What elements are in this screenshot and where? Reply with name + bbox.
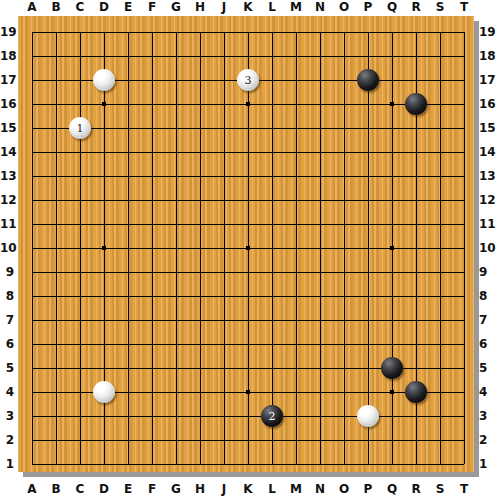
row-label-right-12: 12 bbox=[479, 192, 499, 208]
row-label-left-18: 18 bbox=[0, 48, 14, 64]
row-label-left-14: 14 bbox=[0, 144, 14, 160]
column-label-top-D: D bbox=[92, 0, 116, 15]
row-label-left-10: 10 bbox=[0, 240, 14, 256]
column-label-top-K: K bbox=[236, 0, 260, 15]
column-label-bottom-K: K bbox=[236, 482, 260, 497]
column-label-bottom-H: H bbox=[188, 482, 212, 497]
column-label-bottom-O: O bbox=[332, 482, 356, 497]
column-label-top-O: O bbox=[332, 0, 356, 15]
row-label-right-13: 13 bbox=[479, 168, 499, 184]
column-label-top-E: E bbox=[116, 0, 140, 15]
column-label-bottom-S: S bbox=[428, 482, 452, 497]
row-label-right-2: 2 bbox=[479, 432, 499, 448]
column-label-bottom-M: M bbox=[284, 482, 308, 497]
stone-black-move-2: 2 bbox=[261, 405, 283, 427]
row-label-left-4: 4 bbox=[0, 384, 14, 400]
column-label-top-J: J bbox=[212, 0, 236, 15]
row-label-right-1: 1 bbox=[479, 456, 499, 472]
row-label-left-13: 13 bbox=[0, 168, 14, 184]
row-label-right-19: 19 bbox=[479, 24, 499, 40]
column-label-top-N: N bbox=[308, 0, 332, 15]
column-label-top-B: B bbox=[44, 0, 68, 15]
column-label-top-R: R bbox=[404, 0, 428, 15]
column-label-top-T: T bbox=[452, 0, 476, 15]
row-label-right-14: 14 bbox=[479, 144, 499, 160]
column-label-top-P: P bbox=[356, 0, 380, 15]
column-label-bottom-J: J bbox=[212, 482, 236, 497]
row-label-right-11: 11 bbox=[479, 216, 499, 232]
row-label-right-5: 5 bbox=[479, 360, 499, 376]
stone-white-P3 bbox=[357, 405, 379, 427]
stone-black-R4 bbox=[405, 381, 427, 403]
row-label-left-12: 12 bbox=[0, 192, 14, 208]
row-label-right-8: 8 bbox=[479, 288, 499, 304]
go-board[interactable]: 132 bbox=[18, 16, 474, 472]
row-label-left-5: 5 bbox=[0, 360, 14, 376]
go-diagram-page: 132 AABBCCDDEEFFGGHHJJKKLLMMNNOOPPQQRRSS… bbox=[0, 0, 500, 500]
row-label-right-17: 17 bbox=[479, 72, 499, 88]
column-label-top-Q: Q bbox=[380, 0, 404, 15]
stone-black-Q5 bbox=[381, 357, 403, 379]
stone-white-move-3: 3 bbox=[237, 69, 259, 91]
column-label-top-L: L bbox=[260, 0, 284, 15]
row-label-left-9: 9 bbox=[0, 264, 14, 280]
row-label-right-9: 9 bbox=[479, 264, 499, 280]
row-label-left-16: 16 bbox=[0, 96, 14, 112]
move-number: 2 bbox=[269, 411, 276, 422]
row-label-left-8: 8 bbox=[0, 288, 14, 304]
column-label-top-C: C bbox=[68, 0, 92, 15]
row-label-right-3: 3 bbox=[479, 408, 499, 424]
row-label-left-7: 7 bbox=[0, 312, 14, 328]
column-label-top-G: G bbox=[164, 0, 188, 15]
stone-white-D4 bbox=[93, 381, 115, 403]
row-label-right-4: 4 bbox=[479, 384, 499, 400]
stone-white-move-1: 1 bbox=[69, 117, 91, 139]
stone-black-R16 bbox=[405, 93, 427, 115]
column-label-bottom-T: T bbox=[452, 482, 476, 497]
column-label-bottom-D: D bbox=[92, 482, 116, 497]
row-label-left-1: 1 bbox=[0, 456, 14, 472]
column-label-bottom-C: C bbox=[68, 482, 92, 497]
column-label-bottom-P: P bbox=[356, 482, 380, 497]
stone-white-D17 bbox=[93, 69, 115, 91]
row-label-left-6: 6 bbox=[0, 336, 14, 352]
row-label-right-6: 6 bbox=[479, 336, 499, 352]
row-label-right-18: 18 bbox=[479, 48, 499, 64]
row-label-left-2: 2 bbox=[0, 432, 14, 448]
column-label-bottom-Q: Q bbox=[380, 482, 404, 497]
move-number: 1 bbox=[77, 123, 84, 134]
column-label-bottom-E: E bbox=[116, 482, 140, 497]
row-label-left-15: 15 bbox=[0, 120, 14, 136]
stone-black-P17 bbox=[357, 69, 379, 91]
column-label-bottom-A: A bbox=[20, 482, 44, 497]
row-label-right-7: 7 bbox=[479, 312, 499, 328]
column-label-bottom-L: L bbox=[260, 482, 284, 497]
column-label-bottom-R: R bbox=[404, 482, 428, 497]
row-label-right-16: 16 bbox=[479, 96, 499, 112]
column-label-top-H: H bbox=[188, 0, 212, 15]
column-label-top-A: A bbox=[20, 0, 44, 15]
row-label-left-3: 3 bbox=[0, 408, 14, 424]
column-label-top-F: F bbox=[140, 0, 164, 15]
row-label-right-10: 10 bbox=[479, 240, 499, 256]
move-number: 3 bbox=[245, 75, 252, 86]
row-label-left-11: 11 bbox=[0, 216, 14, 232]
column-label-bottom-N: N bbox=[308, 482, 332, 497]
row-label-left-17: 17 bbox=[0, 72, 14, 88]
column-label-top-M: M bbox=[284, 0, 308, 15]
board-grid: 132 bbox=[20, 20, 476, 476]
row-label-right-15: 15 bbox=[479, 120, 499, 136]
column-label-bottom-G: G bbox=[164, 482, 188, 497]
column-label-top-S: S bbox=[428, 0, 452, 15]
column-label-bottom-F: F bbox=[140, 482, 164, 497]
column-label-bottom-B: B bbox=[44, 482, 68, 497]
row-label-left-19: 19 bbox=[0, 24, 14, 40]
